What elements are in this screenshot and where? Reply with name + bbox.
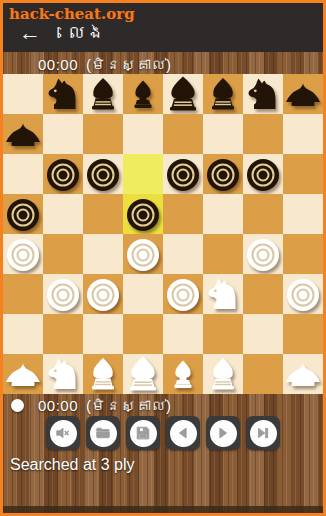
white-clock: 00:00 bbox=[38, 397, 78, 414]
black-boat-rook bbox=[283, 74, 323, 114]
black-knight bbox=[43, 74, 83, 114]
white-boat-rook bbox=[3, 354, 43, 394]
white-fish-pawn bbox=[43, 274, 83, 314]
square-c5[interactable] bbox=[83, 194, 123, 234]
back-button[interactable]: ← bbox=[19, 22, 41, 44]
square-e2[interactable] bbox=[163, 314, 203, 354]
square-h5[interactable] bbox=[283, 194, 323, 234]
save-floppy-icon bbox=[130, 420, 157, 447]
engine-status-text: Searched at 3 ply bbox=[10, 456, 135, 474]
square-c6[interactable] bbox=[83, 154, 123, 194]
square-d4[interactable] bbox=[123, 234, 163, 274]
save-button[interactable] bbox=[126, 416, 160, 450]
game-board bbox=[3, 74, 323, 394]
white-knight bbox=[203, 274, 243, 314]
app-frame: hack-cheat.org ← លេង 00:00 (មិនស្គាល់) bbox=[0, 0, 326, 516]
square-a8[interactable] bbox=[3, 74, 43, 114]
open-folder-button[interactable] bbox=[86, 416, 120, 450]
black-fish-pawn bbox=[83, 154, 123, 194]
black-fish-pawn bbox=[203, 154, 243, 194]
black-boat-rook bbox=[3, 114, 43, 154]
square-b8[interactable] bbox=[43, 74, 83, 114]
white-turn-radio[interactable] bbox=[11, 399, 24, 412]
square-a5[interactable] bbox=[3, 194, 43, 234]
white-fish-pawn bbox=[243, 234, 283, 274]
square-b1[interactable] bbox=[43, 354, 83, 394]
step-back-icon bbox=[170, 420, 197, 447]
square-e5[interactable] bbox=[163, 194, 203, 234]
white-player-name: (មិនស្គាល់) bbox=[86, 397, 171, 414]
black-koul-bishop bbox=[83, 74, 123, 114]
square-f3[interactable] bbox=[203, 274, 243, 314]
page-title: លេង bbox=[67, 22, 105, 44]
square-e8[interactable] bbox=[163, 74, 203, 114]
black-knight bbox=[243, 74, 283, 114]
square-g7[interactable] bbox=[243, 114, 283, 154]
watermark-text: hack-cheat.org bbox=[9, 5, 135, 23]
black-fish-pawn bbox=[243, 154, 283, 194]
black-king bbox=[163, 74, 203, 114]
white-fish-pawn bbox=[283, 274, 323, 314]
square-a1[interactable] bbox=[3, 354, 43, 394]
square-c4[interactable] bbox=[83, 234, 123, 274]
square-h4[interactable] bbox=[283, 234, 323, 274]
square-h2[interactable] bbox=[283, 314, 323, 354]
folder-icon bbox=[90, 420, 117, 447]
square-d2[interactable] bbox=[123, 314, 163, 354]
square-c2[interactable] bbox=[83, 314, 123, 354]
skip-forward-icon bbox=[250, 420, 277, 447]
square-d5[interactable] bbox=[123, 194, 163, 234]
bottom-shadow-strip bbox=[3, 506, 323, 513]
square-f4[interactable] bbox=[203, 234, 243, 274]
square-h7[interactable] bbox=[283, 114, 323, 154]
step-back-button[interactable] bbox=[166, 416, 200, 450]
volume-off-button[interactable] bbox=[46, 416, 80, 450]
white-knight bbox=[43, 354, 83, 394]
volume-off-icon bbox=[50, 420, 77, 447]
square-e6[interactable] bbox=[163, 154, 203, 194]
square-c1[interactable] bbox=[83, 354, 123, 394]
white-fish-pawn bbox=[83, 274, 123, 314]
white-fish-pawn bbox=[163, 274, 203, 314]
square-a7[interactable] bbox=[3, 114, 43, 154]
square-f6[interactable] bbox=[203, 154, 243, 194]
square-c8[interactable] bbox=[83, 74, 123, 114]
square-d7[interactable] bbox=[123, 114, 163, 154]
skip-forward-button[interactable] bbox=[246, 416, 280, 450]
black-player-name: (មិនស្គាល់) bbox=[86, 56, 171, 73]
white-fish-pawn bbox=[3, 234, 43, 274]
square-f5[interactable] bbox=[203, 194, 243, 234]
play-forward-button[interactable] bbox=[206, 416, 240, 450]
square-e4[interactable] bbox=[163, 234, 203, 274]
square-a3[interactable] bbox=[3, 274, 43, 314]
square-b2[interactable] bbox=[43, 314, 83, 354]
square-f2[interactable] bbox=[203, 314, 243, 354]
square-a6[interactable] bbox=[3, 154, 43, 194]
black-clock-row: 00:00 (មិនស្គាល់) bbox=[3, 54, 323, 74]
black-met-queen bbox=[123, 74, 163, 114]
square-g3[interactable] bbox=[243, 274, 283, 314]
white-met-queen bbox=[163, 354, 203, 394]
square-g8[interactable] bbox=[243, 74, 283, 114]
square-h1[interactable] bbox=[283, 354, 323, 394]
square-f1[interactable] bbox=[203, 354, 243, 394]
white-koul-bishop bbox=[203, 354, 243, 394]
square-f7[interactable] bbox=[203, 114, 243, 154]
square-d8[interactable] bbox=[123, 74, 163, 114]
white-boat-rook bbox=[283, 354, 323, 394]
square-g1[interactable] bbox=[243, 354, 283, 394]
black-fish-pawn bbox=[3, 194, 43, 234]
black-clock: 00:00 bbox=[38, 56, 78, 73]
white-koul-bishop bbox=[83, 354, 123, 394]
square-c7[interactable] bbox=[83, 114, 123, 154]
square-a4[interactable] bbox=[3, 234, 43, 274]
square-h6[interactable] bbox=[283, 154, 323, 194]
white-fish-pawn bbox=[123, 234, 163, 274]
square-b7[interactable] bbox=[43, 114, 83, 154]
square-e1[interactable] bbox=[163, 354, 203, 394]
square-b3[interactable] bbox=[43, 274, 83, 314]
square-e7[interactable] bbox=[163, 114, 203, 154]
square-d1[interactable] bbox=[123, 354, 163, 394]
square-h3[interactable] bbox=[283, 274, 323, 314]
square-d3[interactable] bbox=[123, 274, 163, 314]
square-b4[interactable] bbox=[43, 234, 83, 274]
square-b5[interactable] bbox=[43, 194, 83, 234]
square-c3[interactable] bbox=[83, 274, 123, 314]
white-king bbox=[123, 354, 163, 394]
black-koul-bishop bbox=[203, 74, 243, 114]
square-g5[interactable] bbox=[243, 194, 283, 234]
game-toolbar bbox=[3, 416, 323, 450]
black-fish-pawn bbox=[123, 194, 163, 234]
square-b6[interactable] bbox=[43, 154, 83, 194]
white-clock-row: 00:00 (មិនស្គាល់) bbox=[3, 395, 323, 416]
square-g2[interactable] bbox=[243, 314, 283, 354]
black-fish-pawn bbox=[43, 154, 83, 194]
square-g4[interactable] bbox=[243, 234, 283, 274]
square-a2[interactable] bbox=[3, 314, 43, 354]
square-f8[interactable] bbox=[203, 74, 243, 114]
square-g6[interactable] bbox=[243, 154, 283, 194]
square-e3[interactable] bbox=[163, 274, 203, 314]
black-fish-pawn bbox=[163, 154, 203, 194]
play-icon bbox=[210, 420, 237, 447]
square-h8[interactable] bbox=[283, 74, 323, 114]
square-d6[interactable] bbox=[123, 154, 163, 194]
